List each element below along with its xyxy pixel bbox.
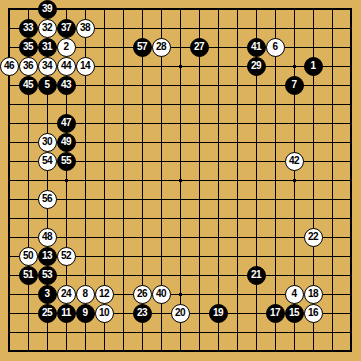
- stone-black-45: 45: [19, 76, 38, 95]
- move-number: 50: [23, 251, 33, 261]
- move-number: 21: [251, 270, 261, 280]
- stone-white-26: 26: [133, 285, 152, 304]
- move-number: 19: [213, 308, 223, 318]
- go-board: 1234567891011121314151617181920212223242…: [0, 0, 361, 361]
- move-number: 32: [42, 23, 52, 33]
- move-number: 40: [156, 289, 166, 299]
- stone-white-8: 8: [76, 285, 95, 304]
- stone-black-51: 51: [19, 266, 38, 285]
- move-number: 42: [289, 156, 299, 166]
- stone-black-23: 23: [133, 304, 152, 323]
- move-number: 16: [308, 308, 318, 318]
- move-number: 53: [42, 270, 52, 280]
- stone-black-49: 49: [57, 133, 76, 152]
- stone-white-42: 42: [285, 152, 304, 171]
- stone-white-16: 16: [304, 304, 323, 323]
- stone-black-31: 31: [38, 38, 57, 57]
- move-number: 11: [61, 308, 71, 318]
- stone-white-2: 2: [57, 38, 76, 57]
- move-number: 31: [42, 42, 52, 52]
- stone-white-18: 18: [304, 285, 323, 304]
- stone-black-43: 43: [57, 76, 76, 95]
- move-number: 43: [61, 80, 71, 90]
- move-number: 48: [42, 232, 52, 242]
- move-number: 1: [310, 61, 315, 71]
- stone-black-39: 39: [38, 0, 57, 19]
- stone-white-24: 24: [57, 285, 76, 304]
- stone-black-37: 37: [57, 19, 76, 38]
- stone-white-10: 10: [95, 304, 114, 323]
- stone-white-48: 48: [38, 228, 57, 247]
- stone-white-14: 14: [76, 57, 95, 76]
- move-number: 26: [137, 289, 147, 299]
- stone-black-19: 19: [209, 304, 228, 323]
- stone-black-15: 15: [285, 304, 304, 323]
- stone-white-6: 6: [266, 38, 285, 57]
- move-number: 15: [289, 308, 299, 318]
- stones-layer: 1234567891011121314151617181920212223242…: [0, 0, 361, 361]
- move-number: 33: [23, 23, 33, 33]
- move-number: 29: [251, 61, 261, 71]
- stone-black-9: 9: [76, 304, 95, 323]
- move-number: 10: [99, 308, 109, 318]
- move-number: 39: [42, 4, 52, 14]
- stone-white-54: 54: [38, 152, 57, 171]
- move-number: 18: [308, 289, 318, 299]
- move-number: 14: [80, 61, 90, 71]
- stone-black-3: 3: [38, 285, 57, 304]
- move-number: 44: [61, 61, 71, 71]
- move-number: 30: [42, 137, 52, 147]
- stone-white-34: 34: [38, 57, 57, 76]
- stone-black-29: 29: [247, 57, 266, 76]
- move-number: 34: [42, 61, 52, 71]
- stone-black-27: 27: [190, 38, 209, 57]
- stone-black-7: 7: [285, 76, 304, 95]
- move-number: 36: [23, 61, 33, 71]
- stone-white-40: 40: [152, 285, 171, 304]
- stone-black-33: 33: [19, 19, 38, 38]
- move-number: 27: [194, 42, 204, 52]
- stone-white-12: 12: [95, 285, 114, 304]
- stone-white-20: 20: [171, 304, 190, 323]
- stone-white-30: 30: [38, 133, 57, 152]
- stone-white-46: 46: [0, 57, 19, 76]
- move-number: 51: [23, 270, 33, 280]
- stone-black-41: 41: [247, 38, 266, 57]
- stone-white-38: 38: [76, 19, 95, 38]
- stone-black-17: 17: [266, 304, 285, 323]
- move-number: 41: [251, 42, 261, 52]
- move-number: 22: [308, 232, 318, 242]
- move-number: 6: [272, 42, 277, 52]
- move-number: 46: [4, 61, 14, 71]
- stone-black-35: 35: [19, 38, 38, 57]
- move-number: 47: [61, 118, 71, 128]
- move-number: 8: [82, 289, 87, 299]
- move-number: 55: [61, 156, 71, 166]
- stone-white-44: 44: [57, 57, 76, 76]
- move-number: 12: [99, 289, 109, 299]
- stone-black-55: 55: [57, 152, 76, 171]
- stone-white-52: 52: [57, 247, 76, 266]
- stone-white-28: 28: [152, 38, 171, 57]
- move-number: 57: [137, 42, 147, 52]
- stone-black-1: 1: [304, 57, 323, 76]
- move-number: 35: [23, 42, 33, 52]
- move-number: 38: [80, 23, 90, 33]
- stone-black-11: 11: [57, 304, 76, 323]
- move-number: 28: [156, 42, 166, 52]
- stone-white-56: 56: [38, 190, 57, 209]
- move-number: 25: [42, 308, 52, 318]
- stone-white-4: 4: [285, 285, 304, 304]
- move-number: 17: [270, 308, 280, 318]
- move-number: 5: [44, 80, 49, 90]
- move-number: 56: [42, 194, 52, 204]
- stone-white-36: 36: [19, 57, 38, 76]
- move-number: 23: [137, 308, 147, 318]
- stone-black-53: 53: [38, 266, 57, 285]
- move-number: 54: [42, 156, 52, 166]
- move-number: 3: [44, 289, 49, 299]
- move-number: 49: [61, 137, 71, 147]
- move-number: 7: [291, 80, 296, 90]
- move-number: 13: [42, 251, 52, 261]
- stone-black-57: 57: [133, 38, 152, 57]
- stone-black-21: 21: [247, 266, 266, 285]
- move-number: 2: [63, 42, 68, 52]
- move-number: 52: [61, 251, 71, 261]
- move-number: 20: [175, 308, 185, 318]
- stone-black-5: 5: [38, 76, 57, 95]
- stone-white-50: 50: [19, 247, 38, 266]
- stone-white-22: 22: [304, 228, 323, 247]
- stone-black-25: 25: [38, 304, 57, 323]
- stone-white-32: 32: [38, 19, 57, 38]
- move-number: 24: [61, 289, 71, 299]
- move-number: 45: [23, 80, 33, 90]
- stone-black-47: 47: [57, 114, 76, 133]
- stone-black-13: 13: [38, 247, 57, 266]
- move-number: 9: [82, 308, 87, 318]
- move-number: 37: [61, 23, 71, 33]
- move-number: 4: [291, 289, 296, 299]
